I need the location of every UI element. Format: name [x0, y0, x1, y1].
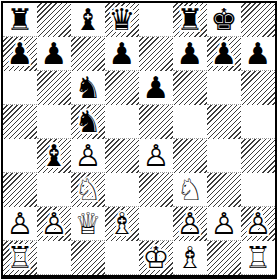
square-c1 — [71, 241, 105, 275]
square-a5 — [3, 105, 37, 139]
square-e7 — [139, 37, 173, 71]
square-d8: ♛ — [105, 3, 139, 37]
white-queen-piece-c2: ♕ — [75, 207, 102, 241]
square-d3 — [105, 173, 139, 207]
square-h5 — [241, 105, 275, 139]
black-knight-piece-c5: ♞ — [75, 105, 102, 139]
square-g1 — [207, 241, 241, 275]
square-f8: ♜ — [173, 3, 207, 37]
square-b2: ♙ — [37, 207, 71, 241]
white-rook-piece-h1: ♖ — [245, 241, 272, 275]
square-a3 — [3, 173, 37, 207]
chess-diagram: ♜♝♛♜♚♟♟♟♟♟♟♞♟♞♝♙♙♘♘♙♙♕♗♙♙♙♖♔♗♖ — [0, 0, 280, 280]
black-bishop-piece-b4: ♝ — [41, 139, 68, 173]
square-f2: ♙ — [173, 207, 207, 241]
black-pawn-piece-h7: ♟ — [245, 37, 272, 71]
square-a2: ♙ — [3, 207, 37, 241]
white-king-piece-e1: ♔ — [143, 241, 170, 275]
square-a7: ♟ — [3, 37, 37, 71]
white-rook-piece-a1: ♖ — [7, 241, 34, 275]
chess-board: ♜♝♛♜♚♟♟♟♟♟♟♞♟♞♝♙♙♘♘♙♙♕♗♙♙♙♖♔♗♖ — [1, 1, 277, 279]
square-d2: ♗ — [105, 207, 139, 241]
square-e4: ♙ — [139, 139, 173, 173]
white-pawn-piece-a2: ♙ — [7, 207, 34, 241]
white-knight-piece-f3: ♘ — [177, 173, 204, 207]
white-pawn-piece-e4: ♙ — [143, 139, 170, 173]
square-d7: ♟ — [105, 37, 139, 71]
square-e2 — [139, 207, 173, 241]
white-pawn-piece-c4: ♙ — [75, 139, 102, 173]
square-h6 — [241, 71, 275, 105]
white-pawn-piece-h2: ♙ — [245, 207, 272, 241]
square-e1: ♔ — [139, 241, 173, 275]
square-b1 — [37, 241, 71, 275]
black-pawn-piece-a7: ♟ — [7, 37, 34, 71]
black-pawn-piece-f7: ♟ — [177, 37, 204, 71]
black-pawn-piece-g7: ♟ — [211, 37, 238, 71]
white-knight-piece-c3: ♘ — [75, 173, 102, 207]
square-a6 — [3, 71, 37, 105]
square-g6 — [207, 71, 241, 105]
black-pawn-piece-d7: ♟ — [109, 37, 136, 71]
white-bishop-piece-f1: ♗ — [177, 241, 204, 275]
square-c4: ♙ — [71, 139, 105, 173]
white-bishop-piece-d2: ♗ — [109, 207, 136, 241]
square-g2: ♙ — [207, 207, 241, 241]
square-a1: ♖ — [3, 241, 37, 275]
square-c6: ♞ — [71, 71, 105, 105]
square-d6 — [105, 71, 139, 105]
square-f6 — [173, 71, 207, 105]
square-f3: ♘ — [173, 173, 207, 207]
square-c2: ♕ — [71, 207, 105, 241]
square-f5 — [173, 105, 207, 139]
square-b5 — [37, 105, 71, 139]
square-h3 — [241, 173, 275, 207]
square-g7: ♟ — [207, 37, 241, 71]
square-h4 — [241, 139, 275, 173]
white-pawn-piece-b2: ♙ — [41, 207, 68, 241]
square-b4: ♝ — [37, 139, 71, 173]
square-f7: ♟ — [173, 37, 207, 71]
white-pawn-piece-f2: ♙ — [177, 207, 204, 241]
black-rook-piece-a8: ♜ — [7, 3, 34, 37]
black-knight-piece-c6: ♞ — [75, 71, 102, 105]
square-e5 — [139, 105, 173, 139]
black-bishop-piece-c8: ♝ — [75, 3, 102, 37]
square-a8: ♜ — [3, 3, 37, 37]
square-b7: ♟ — [37, 37, 71, 71]
square-g5 — [207, 105, 241, 139]
square-h1: ♖ — [241, 241, 275, 275]
black-pawn-piece-e6: ♟ — [143, 71, 170, 105]
square-d4 — [105, 139, 139, 173]
square-d5 — [105, 105, 139, 139]
square-b8 — [37, 3, 71, 37]
square-h7: ♟ — [241, 37, 275, 71]
square-c3: ♘ — [71, 173, 105, 207]
square-g4 — [207, 139, 241, 173]
black-queen-piece-d8: ♛ — [109, 3, 136, 37]
square-e3 — [139, 173, 173, 207]
square-c5: ♞ — [71, 105, 105, 139]
square-e6: ♟ — [139, 71, 173, 105]
square-g3 — [207, 173, 241, 207]
black-king-piece-g8: ♚ — [211, 3, 238, 37]
square-b6 — [37, 71, 71, 105]
square-d1 — [105, 241, 139, 275]
black-pawn-piece-b7: ♟ — [41, 37, 68, 71]
black-rook-piece-f8: ♜ — [177, 3, 204, 37]
square-a4 — [3, 139, 37, 173]
square-b3 — [37, 173, 71, 207]
square-g8: ♚ — [207, 3, 241, 37]
white-pawn-piece-g2: ♙ — [211, 207, 238, 241]
square-f4 — [173, 139, 207, 173]
square-h2: ♙ — [241, 207, 275, 241]
square-c7 — [71, 37, 105, 71]
square-c8: ♝ — [71, 3, 105, 37]
square-e8 — [139, 3, 173, 37]
square-f1: ♗ — [173, 241, 207, 275]
square-h8 — [241, 3, 275, 37]
